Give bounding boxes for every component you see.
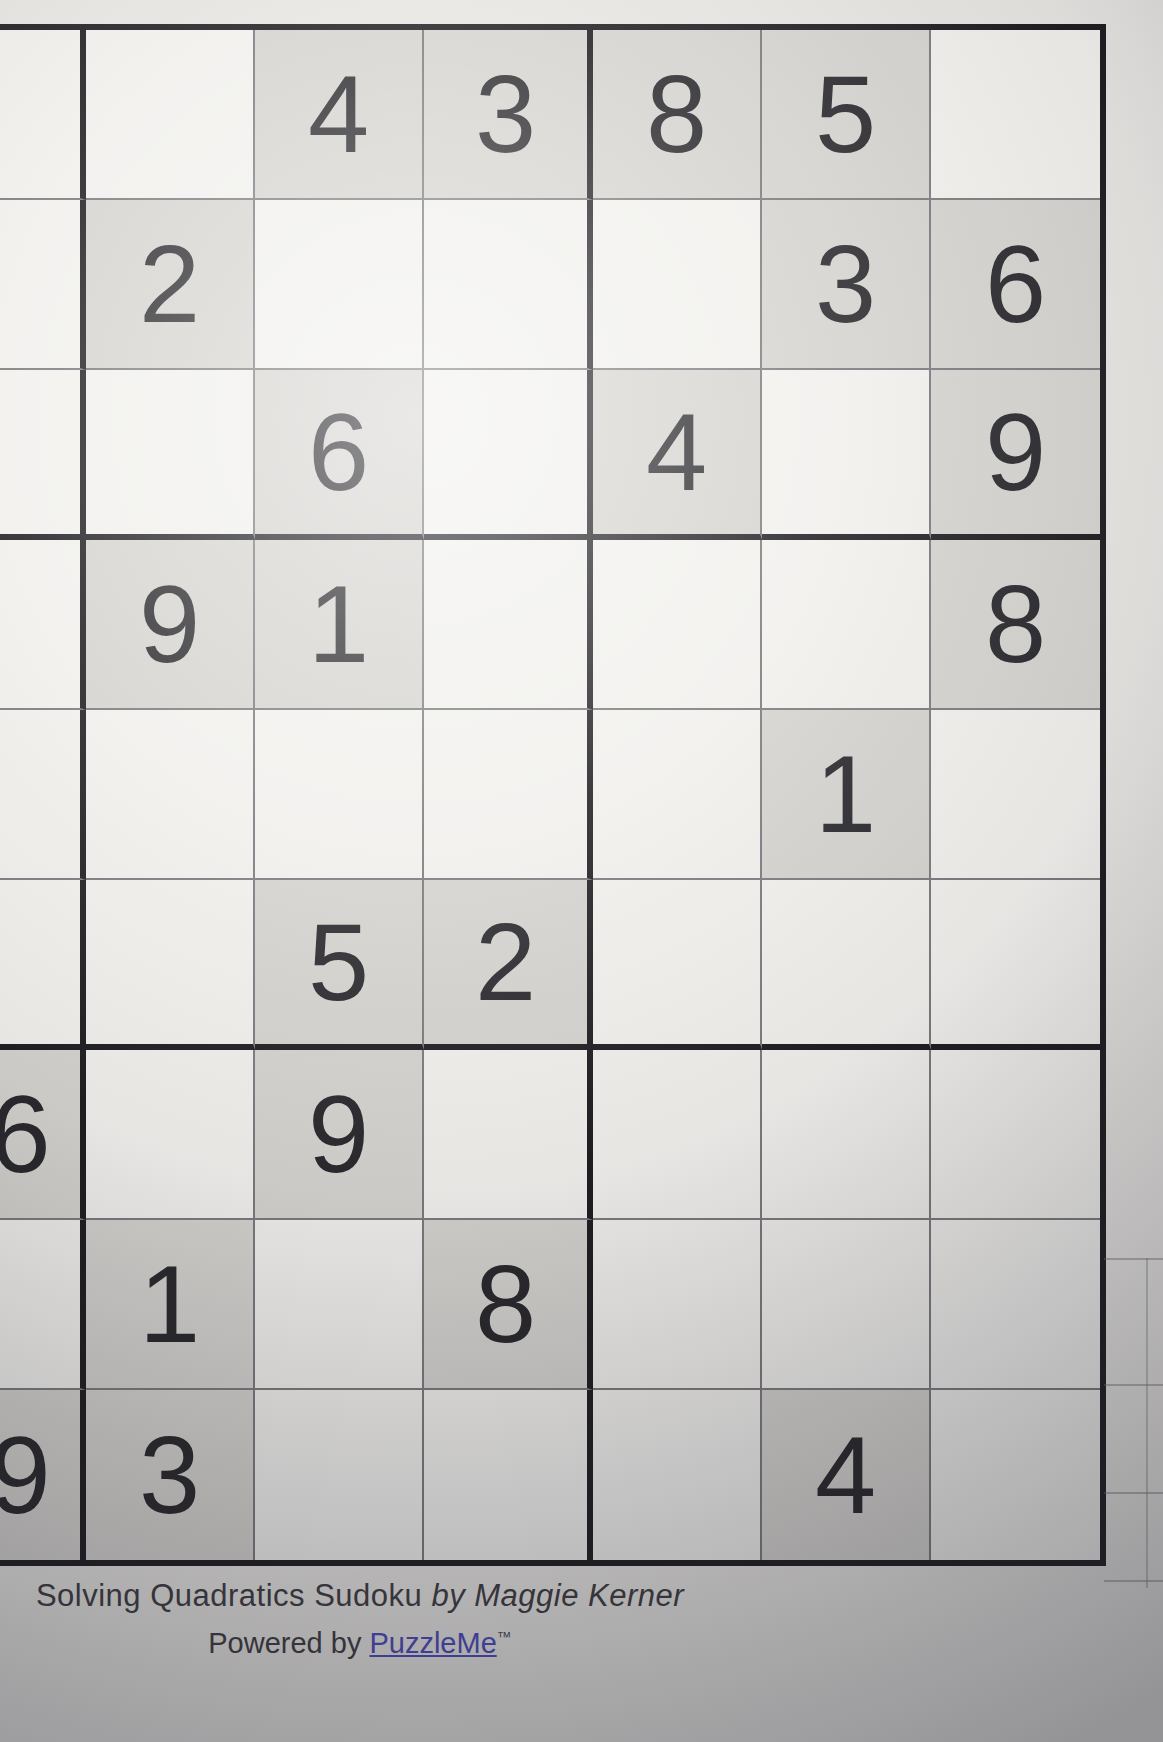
- digit: 2: [139, 229, 200, 339]
- cell-r6c5: 5: [255, 880, 424, 1050]
- page-fragment-rule: [1104, 1258, 1163, 1260]
- digit: 6: [0, 1079, 51, 1189]
- puzzle-caption: Solving Quadratics Sudoku by Maggie Kern…: [0, 1578, 720, 1660]
- cell-r4c9: 8: [931, 540, 1100, 710]
- digit: 5: [815, 59, 876, 169]
- cell-r3c6[interactable]: [424, 370, 593, 540]
- cell-r7c4[interactable]: [86, 1050, 255, 1220]
- digit: 3: [475, 59, 536, 169]
- digit: 8: [985, 569, 1046, 679]
- cell-r1c9[interactable]: [931, 30, 1100, 200]
- cell-r7c5: 9: [255, 1050, 424, 1220]
- puzzle-title-text: Solving Quadratics Sudoku: [36, 1578, 432, 1613]
- cell-r9c8: 4: [762, 1390, 931, 1560]
- cell-r2c4: 2: [86, 200, 255, 370]
- cell-r7c6[interactable]: [424, 1050, 593, 1220]
- sudoku-board: 43852366499181526918934: [0, 24, 1106, 1566]
- cell-r6c8[interactable]: [762, 880, 931, 1050]
- cell-r4c3[interactable]: [0, 540, 86, 710]
- cell-r3c7: 4: [593, 370, 762, 540]
- cell-r4c5: 1: [255, 540, 424, 710]
- cell-r5c4[interactable]: [86, 710, 255, 880]
- cell-r9c7[interactable]: [593, 1390, 762, 1560]
- cell-r3c8[interactable]: [762, 370, 931, 540]
- puzzleme-link[interactable]: PuzzleMe: [369, 1627, 496, 1659]
- cell-r4c4: 9: [86, 540, 255, 710]
- cell-r4c7[interactable]: [593, 540, 762, 710]
- digit: 6: [985, 229, 1046, 339]
- cell-r9c3: 9: [0, 1390, 86, 1560]
- digit: 1: [139, 1249, 200, 1359]
- cell-r8c6: 8: [424, 1220, 593, 1390]
- cell-r7c7[interactable]: [593, 1050, 762, 1220]
- cell-r2c5[interactable]: [255, 200, 424, 370]
- page-fragment-rule: [1104, 1492, 1163, 1494]
- digit: 5: [308, 907, 369, 1017]
- trademark-symbol: ™: [497, 1628, 512, 1645]
- cell-r5c6[interactable]: [424, 710, 593, 880]
- digit: 9: [0, 1420, 51, 1530]
- powered-by-line: Powered by PuzzleMe™: [0, 1627, 720, 1660]
- cell-r1c7: 8: [593, 30, 762, 200]
- cell-r4c8[interactable]: [762, 540, 931, 710]
- cell-r2c9: 6: [931, 200, 1100, 370]
- cell-r9c6[interactable]: [424, 1390, 593, 1560]
- cell-r6c6: 2: [424, 880, 593, 1050]
- cell-r8c4: 1: [86, 1220, 255, 1390]
- cell-r9c5[interactable]: [255, 1390, 424, 1560]
- cell-r3c3[interactable]: [0, 370, 86, 540]
- powered-by-text: Powered by: [208, 1627, 369, 1659]
- cell-r9c9[interactable]: [931, 1390, 1100, 1560]
- cell-r3c4[interactable]: [86, 370, 255, 540]
- cell-r8c8[interactable]: [762, 1220, 931, 1390]
- cell-r2c3[interactable]: [0, 200, 86, 370]
- digit: 4: [646, 397, 707, 507]
- cell-r7c8[interactable]: [762, 1050, 931, 1220]
- screenshot-root: 43852366499181526918934 Solving Quadrati…: [0, 0, 1163, 1742]
- digit: 3: [139, 1420, 200, 1530]
- digit: 1: [308, 569, 369, 679]
- cell-r5c8: 1: [762, 710, 931, 880]
- digit: 6: [308, 397, 369, 507]
- cell-r3c9: 9: [931, 370, 1100, 540]
- puzzle-author: by Maggie Kerner: [431, 1578, 684, 1613]
- cell-r1c6: 3: [424, 30, 593, 200]
- digit: 2: [475, 907, 536, 1017]
- cell-r4c6[interactable]: [424, 540, 593, 710]
- cell-r1c5: 4: [255, 30, 424, 200]
- cell-r2c6[interactable]: [424, 200, 593, 370]
- cell-r3c5: 6: [255, 370, 424, 540]
- cell-r5c9[interactable]: [931, 710, 1100, 880]
- page-fragment-vertical-rule: [1146, 1258, 1148, 1588]
- cell-r5c7[interactable]: [593, 710, 762, 880]
- digit: 1: [815, 739, 876, 849]
- cell-r2c7[interactable]: [593, 200, 762, 370]
- digit: 9: [985, 397, 1046, 507]
- cell-r8c3[interactable]: [0, 1220, 86, 1390]
- digit: 9: [139, 569, 200, 679]
- cell-r2c8: 3: [762, 200, 931, 370]
- cell-r7c9[interactable]: [931, 1050, 1100, 1220]
- page-fragment-rule: [1104, 1580, 1163, 1582]
- digit: 4: [308, 59, 369, 169]
- digit: 9: [308, 1079, 369, 1189]
- cell-r1c3[interactable]: [0, 30, 86, 200]
- digit: 8: [475, 1249, 536, 1359]
- cell-r5c5[interactable]: [255, 710, 424, 880]
- cell-r8c5[interactable]: [255, 1220, 424, 1390]
- cell-r9c4: 3: [86, 1390, 255, 1560]
- puzzle-title: Solving Quadratics Sudoku by Maggie Kern…: [0, 1578, 720, 1614]
- cell-r6c4[interactable]: [86, 880, 255, 1050]
- digit: 3: [815, 229, 876, 339]
- cell-r1c4[interactable]: [86, 30, 255, 200]
- cell-r6c7[interactable]: [593, 880, 762, 1050]
- cell-r5c3[interactable]: [0, 710, 86, 880]
- cell-r6c9[interactable]: [931, 880, 1100, 1050]
- cell-r6c3[interactable]: [0, 880, 86, 1050]
- cell-r8c7[interactable]: [593, 1220, 762, 1390]
- cell-r8c9[interactable]: [931, 1220, 1100, 1390]
- cell-r1c8: 5: [762, 30, 931, 200]
- page-fragment-rule: [1104, 1384, 1163, 1386]
- digit: 8: [646, 59, 707, 169]
- digit: 4: [815, 1420, 876, 1530]
- cell-r7c3: 6: [0, 1050, 86, 1220]
